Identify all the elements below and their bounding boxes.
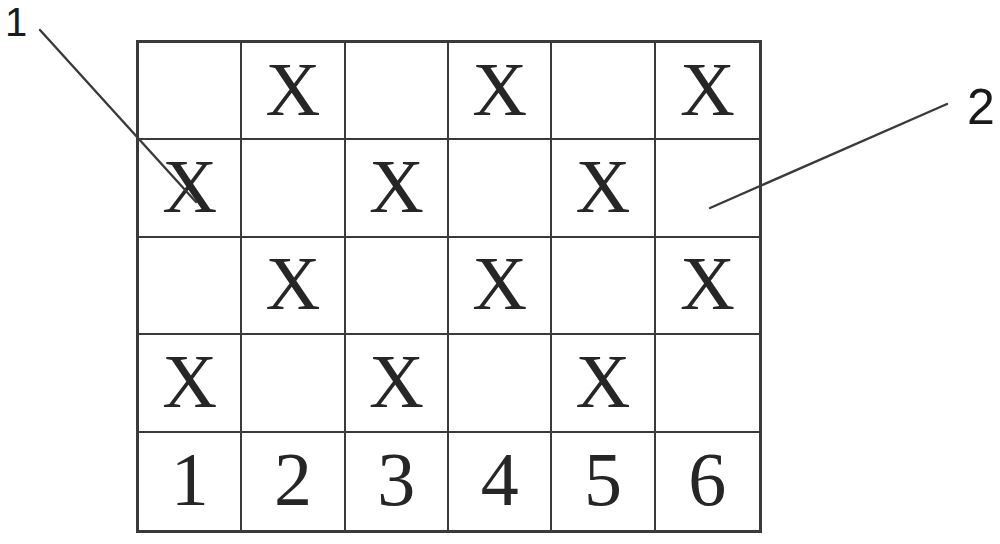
grid-cell-r3c3 [346, 238, 449, 335]
ref-label-2: 2 [967, 82, 995, 132]
grid-cell-r4c4 [449, 335, 552, 432]
grid-cell-r3c4: X [449, 238, 552, 335]
grid-cell-r1c3 [346, 43, 449, 140]
grid-cell-r5c6: 6 [656, 433, 759, 530]
grid-cell-r5c1: 1 [139, 433, 242, 530]
grid-cell-r2c4 [449, 140, 552, 237]
figure-canvas: XXXXXXXXXXXX123456 1 2 [0, 0, 1000, 544]
grid-cell-r1c2: X [242, 43, 345, 140]
grid-cell-r3c1 [139, 238, 242, 335]
grid-cell-r1c1 [139, 43, 242, 140]
grid-cell-r1c6: X [656, 43, 759, 140]
grid-cell-r3c6: X [656, 238, 759, 335]
grid-cell-r5c4: 4 [449, 433, 552, 530]
ref-label-1: 1 [5, 2, 27, 42]
grid-cell-r2c3: X [346, 140, 449, 237]
grid-cell-r2c5: X [552, 140, 655, 237]
grid-cell-r3c5 [552, 238, 655, 335]
grid-cell-r1c5 [552, 43, 655, 140]
grid-cell-r2c2 [242, 140, 345, 237]
grid-cell-r5c2: 2 [242, 433, 345, 530]
grid-cell-r4c3: X [346, 335, 449, 432]
grid-cell-r5c3: 3 [346, 433, 449, 530]
grid-cell-r2c6 [656, 140, 759, 237]
grid-cell-r4c5: X [552, 335, 655, 432]
grid-cell-r4c1: X [139, 335, 242, 432]
grid-cell-r1c4: X [449, 43, 552, 140]
grid-cell-r4c2 [242, 335, 345, 432]
grid-cell-r5c5: 5 [552, 433, 655, 530]
grid-cell-r2c1: X [139, 140, 242, 237]
board-grid: XXXXXXXXXXXX123456 [136, 40, 762, 533]
grid-cell-r4c6 [656, 335, 759, 432]
grid-cell-r3c2: X [242, 238, 345, 335]
